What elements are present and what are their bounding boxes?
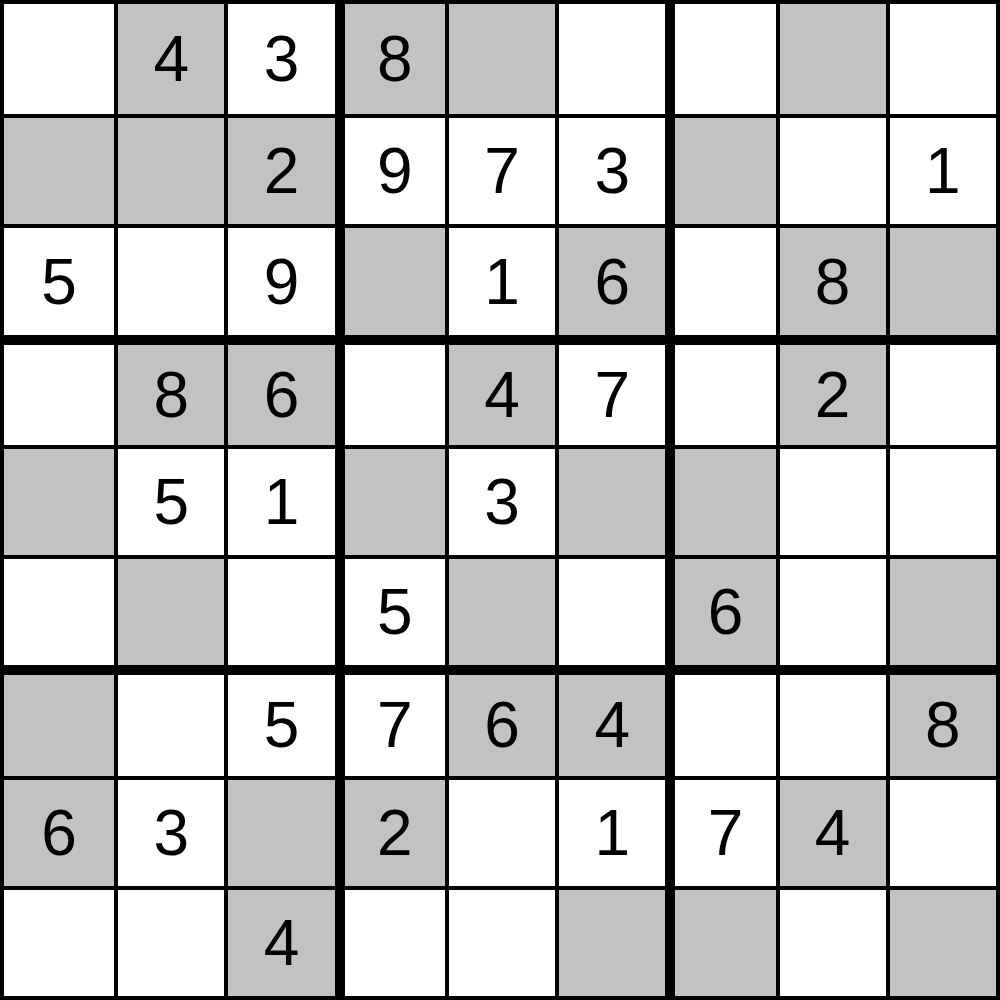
cell-r9c5[interactable] bbox=[445, 886, 555, 996]
cell-r7c3[interactable]: 5 bbox=[224, 665, 334, 775]
cell-r5c4[interactable] bbox=[335, 445, 445, 555]
cell-r2c1[interactable] bbox=[4, 114, 114, 224]
sudoku-board: 43829731591688647251356576486321744 bbox=[0, 0, 1000, 1000]
cell-r6c6[interactable] bbox=[555, 555, 665, 665]
cell-r9c8[interactable] bbox=[776, 886, 886, 996]
cell-r3c2[interactable] bbox=[114, 224, 224, 334]
cell-r7c4[interactable]: 7 bbox=[335, 665, 445, 775]
cell-r8c6[interactable]: 1 bbox=[555, 776, 665, 886]
cell-r5c5[interactable]: 3 bbox=[445, 445, 555, 555]
cell-r7c7[interactable] bbox=[665, 665, 775, 775]
cell-r5c1[interactable] bbox=[4, 445, 114, 555]
cell-r4c6[interactable]: 7 bbox=[555, 335, 665, 445]
cell-r5c3[interactable]: 1 bbox=[224, 445, 334, 555]
cell-r9c7[interactable] bbox=[665, 886, 775, 996]
cell-r6c3[interactable] bbox=[224, 555, 334, 665]
cell-r8c3[interactable] bbox=[224, 776, 334, 886]
cell-r6c9[interactable] bbox=[886, 555, 996, 665]
cell-r4c8[interactable]: 2 bbox=[776, 335, 886, 445]
cell-r6c5[interactable] bbox=[445, 555, 555, 665]
cell-r9c2[interactable] bbox=[114, 886, 224, 996]
cell-r6c2[interactable] bbox=[114, 555, 224, 665]
cell-r1c3[interactable]: 3 bbox=[224, 4, 334, 114]
cell-r6c7[interactable]: 6 bbox=[665, 555, 775, 665]
cell-r2c9[interactable]: 1 bbox=[886, 114, 996, 224]
cell-r9c3[interactable]: 4 bbox=[224, 886, 334, 996]
cell-r3c3[interactable]: 9 bbox=[224, 224, 334, 334]
cell-r8c5[interactable] bbox=[445, 776, 555, 886]
cell-r2c4[interactable]: 9 bbox=[335, 114, 445, 224]
cell-r4c3[interactable]: 6 bbox=[224, 335, 334, 445]
cell-r7c2[interactable] bbox=[114, 665, 224, 775]
cell-r8c2[interactable]: 3 bbox=[114, 776, 224, 886]
cell-r7c8[interactable] bbox=[776, 665, 886, 775]
cell-r4c4[interactable] bbox=[335, 335, 445, 445]
cell-r5c8[interactable] bbox=[776, 445, 886, 555]
cell-r9c1[interactable] bbox=[4, 886, 114, 996]
cell-r8c4[interactable]: 2 bbox=[335, 776, 445, 886]
cell-r3c8[interactable]: 8 bbox=[776, 224, 886, 334]
cell-r6c1[interactable] bbox=[4, 555, 114, 665]
cell-r1c5[interactable] bbox=[445, 4, 555, 114]
cell-r1c2[interactable]: 4 bbox=[114, 4, 224, 114]
cell-r5c2[interactable]: 5 bbox=[114, 445, 224, 555]
cell-r3c5[interactable]: 1 bbox=[445, 224, 555, 334]
cell-r2c7[interactable] bbox=[665, 114, 775, 224]
cell-r7c1[interactable] bbox=[4, 665, 114, 775]
cell-r5c9[interactable] bbox=[886, 445, 996, 555]
cell-r4c2[interactable]: 8 bbox=[114, 335, 224, 445]
cell-r3c4[interactable] bbox=[335, 224, 445, 334]
cell-r1c7[interactable] bbox=[665, 4, 775, 114]
cell-r8c9[interactable] bbox=[886, 776, 996, 886]
cell-r4c9[interactable] bbox=[886, 335, 996, 445]
cell-r2c8[interactable] bbox=[776, 114, 886, 224]
cell-r7c6[interactable]: 4 bbox=[555, 665, 665, 775]
cell-r4c5[interactable]: 4 bbox=[445, 335, 555, 445]
cell-r2c2[interactable] bbox=[114, 114, 224, 224]
cell-r3c7[interactable] bbox=[665, 224, 775, 334]
cell-r2c5[interactable]: 7 bbox=[445, 114, 555, 224]
cell-r9c6[interactable] bbox=[555, 886, 665, 996]
cell-r4c7[interactable] bbox=[665, 335, 775, 445]
cell-r5c7[interactable] bbox=[665, 445, 775, 555]
cell-r9c9[interactable] bbox=[886, 886, 996, 996]
cell-r1c1[interactable] bbox=[4, 4, 114, 114]
cell-r8c8[interactable]: 4 bbox=[776, 776, 886, 886]
cell-r7c5[interactable]: 6 bbox=[445, 665, 555, 775]
cell-r1c8[interactable] bbox=[776, 4, 886, 114]
cell-r6c8[interactable] bbox=[776, 555, 886, 665]
cell-r2c3[interactable]: 2 bbox=[224, 114, 334, 224]
cell-r9c4[interactable] bbox=[335, 886, 445, 996]
cell-r6c4[interactable]: 5 bbox=[335, 555, 445, 665]
cell-r8c7[interactable]: 7 bbox=[665, 776, 775, 886]
cell-r7c9[interactable]: 8 bbox=[886, 665, 996, 775]
cell-r3c6[interactable]: 6 bbox=[555, 224, 665, 334]
cell-r1c9[interactable] bbox=[886, 4, 996, 114]
cell-r5c6[interactable] bbox=[555, 445, 665, 555]
cell-r2c6[interactable]: 3 bbox=[555, 114, 665, 224]
cell-r1c6[interactable] bbox=[555, 4, 665, 114]
cell-r1c4[interactable]: 8 bbox=[335, 4, 445, 114]
cell-r4c1[interactable] bbox=[4, 335, 114, 445]
cell-r3c1[interactable]: 5 bbox=[4, 224, 114, 334]
cell-r8c1[interactable]: 6 bbox=[4, 776, 114, 886]
cell-r3c9[interactable] bbox=[886, 224, 996, 334]
